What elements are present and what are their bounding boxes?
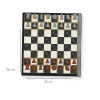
square-d8: ♛ — [45, 15, 51, 22]
square-h1: ♜ — [71, 66, 77, 73]
square-h3 — [71, 52, 77, 59]
square-a4 — [24, 44, 30, 51]
square-e1: ♚ — [51, 66, 57, 73]
product-photo-scene: ♜♞♝♛♚♝♞♜♟♟♟♟♟♟♟♟♟♟♟♟♟♟♟♟♜♞♝♛♚♝♞♜ 36 cm 3… — [0, 0, 100, 100]
square-h8: ♜ — [72, 16, 78, 23]
square-a8: ♜ — [25, 15, 31, 22]
square-b6 — [31, 29, 37, 36]
square-b7: ♟ — [31, 22, 37, 29]
square-c8: ♝ — [38, 15, 44, 22]
square-c3 — [37, 51, 43, 58]
height-dimension-line — [20, 29, 21, 73]
silver-queen-d8: ♛ — [45, 13, 51, 20]
width-dimension-label: 36 cm — [44, 80, 52, 83]
width-dimension-line — [26, 78, 72, 79]
square-b8: ♞ — [31, 15, 37, 22]
square-d5 — [44, 37, 50, 44]
square-a3 — [24, 51, 30, 58]
copper-pawn-g2: ♟ — [64, 58, 70, 64]
square-f4 — [58, 44, 64, 51]
silver-pawn-e7: ♟ — [51, 22, 57, 28]
square-g2: ♟ — [64, 59, 70, 66]
chess-board: ♜♞♝♛♚♝♞♜♟♟♟♟♟♟♟♟♟♟♟♟♟♟♟♟♜♞♝♛♚♝♞♜ — [21, 12, 81, 76]
copper-pawn-e2: ♟ — [51, 58, 57, 64]
copper-pawn-h2: ♟ — [71, 58, 77, 64]
square-d1: ♛ — [44, 66, 50, 73]
square-h4 — [71, 45, 77, 52]
silver-pawn-d7: ♟ — [45, 22, 51, 28]
square-g7: ♟ — [65, 23, 71, 30]
square-e2: ♟ — [51, 59, 57, 66]
silver-pawn-c7: ♟ — [38, 22, 44, 28]
square-h6 — [71, 30, 77, 37]
silver-pawn-f7: ♟ — [58, 22, 64, 28]
silver-pawn-b7: ♟ — [31, 22, 37, 28]
square-d6 — [45, 30, 51, 37]
square-c4 — [38, 44, 44, 51]
silver-king-e8: ♚ — [52, 13, 58, 20]
square-f6 — [58, 30, 64, 37]
square-c6 — [38, 30, 44, 37]
silver-pawn-g7: ♟ — [65, 22, 71, 28]
square-a5 — [24, 37, 30, 44]
silver-bishop-c8: ♝ — [38, 13, 44, 20]
square-b3 — [31, 51, 37, 58]
square-g3 — [64, 52, 70, 59]
square-g1: ♞ — [64, 66, 70, 73]
square-g4 — [64, 44, 70, 51]
square-h2: ♟ — [71, 59, 77, 66]
square-d4 — [44, 44, 50, 51]
square-f8: ♝ — [58, 16, 64, 23]
copper-pawn-f2: ♟ — [57, 58, 63, 64]
silver-rook-a8: ♜ — [25, 13, 31, 20]
square-f2: ♟ — [57, 59, 63, 66]
square-d7: ♟ — [45, 22, 51, 29]
square-h5 — [71, 37, 77, 44]
copper-pawn-c2: ♟ — [37, 58, 43, 64]
silver-rook-h8: ♜ — [72, 14, 78, 21]
square-f3 — [58, 51, 64, 58]
square-h7: ♟ — [71, 23, 77, 30]
board-grid-frame: ♜♞♝♛♚♝♞♜♟♟♟♟♟♟♟♟♟♟♟♟♟♟♟♟♜♞♝♛♚♝♞♜ — [24, 15, 79, 74]
square-e6 — [51, 30, 57, 37]
square-e8: ♚ — [51, 15, 57, 22]
copper-pawn-d2: ♟ — [44, 58, 50, 64]
square-d2: ♟ — [44, 58, 50, 65]
board-right-marble-edge — [77, 13, 81, 76]
square-e3 — [51, 51, 57, 58]
square-c1: ♝ — [37, 66, 43, 73]
square-g8: ♞ — [65, 16, 71, 23]
copper-pawn-a2: ♟ — [24, 58, 30, 64]
copper-pawn-b2: ♟ — [31, 58, 37, 64]
square-e4 — [51, 44, 57, 51]
square-c7: ♟ — [38, 22, 44, 29]
silver-pawn-h7: ♟ — [71, 22, 77, 28]
square-a2: ♟ — [24, 58, 30, 65]
board-grid: ♜♞♝♛♚♝♞♜♟♟♟♟♟♟♟♟♟♟♟♟♟♟♟♟♜♞♝♛♚♝♞♜ — [24, 15, 78, 73]
square-c2: ♟ — [37, 58, 43, 65]
square-a7: ♟ — [25, 22, 31, 29]
square-g5 — [64, 37, 70, 44]
square-a1: ♜ — [24, 65, 30, 72]
square-f7: ♟ — [58, 23, 64, 30]
square-f1: ♝ — [57, 66, 63, 73]
square-b1: ♞ — [31, 65, 37, 72]
square-d3 — [44, 51, 50, 58]
height-dimension-label: 36 cm — [6, 68, 14, 71]
silver-bishop-f8: ♝ — [58, 14, 64, 21]
silver-knight-b8: ♞ — [31, 13, 37, 20]
square-b4 — [31, 44, 37, 51]
square-e7: ♟ — [51, 23, 57, 30]
square-e5 — [51, 37, 57, 44]
square-g6 — [65, 30, 71, 37]
square-b5 — [31, 37, 37, 44]
square-b2: ♟ — [31, 58, 37, 65]
square-f5 — [58, 37, 64, 44]
square-a6 — [25, 29, 31, 36]
square-c5 — [38, 37, 44, 44]
silver-knight-g8: ♞ — [65, 14, 71, 21]
silver-pawn-a7: ♟ — [25, 22, 31, 28]
